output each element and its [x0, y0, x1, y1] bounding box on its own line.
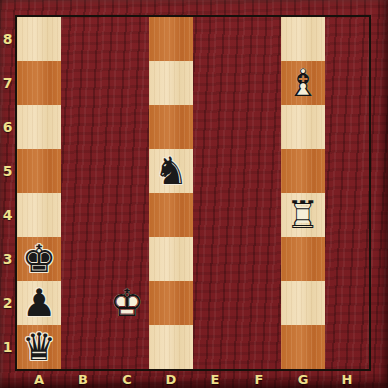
file-label-e: E — [193, 371, 237, 388]
file-label-h: H — [325, 371, 369, 388]
square-h6[interactable] — [325, 105, 369, 149]
black-queen-glyph: ♛ — [17, 325, 61, 369]
piece-black-pawn[interactable]: ♟ — [17, 281, 61, 325]
square-f2[interactable] — [237, 281, 281, 325]
square-c5[interactable] — [105, 149, 149, 193]
piece-white-king[interactable]: ♚♔ — [105, 281, 149, 325]
rank-label-5: 5 — [0, 149, 15, 193]
rank-label-6: 6 — [0, 105, 15, 149]
piece-black-king[interactable]: ♚ — [17, 237, 61, 281]
square-g5[interactable] — [281, 149, 325, 193]
square-a1[interactable]: ♛ — [17, 325, 61, 369]
square-b3[interactable] — [61, 237, 105, 281]
square-c2[interactable]: ♚♔ — [105, 281, 149, 325]
square-h5[interactable] — [325, 149, 369, 193]
square-f4[interactable] — [237, 193, 281, 237]
black-king-glyph: ♚ — [17, 237, 61, 281]
square-e8[interactable] — [193, 17, 237, 61]
square-f6[interactable] — [237, 105, 281, 149]
white-rook-outline-glyph: ♖ — [281, 193, 325, 237]
square-d2[interactable] — [149, 281, 193, 325]
square-g6[interactable] — [281, 105, 325, 149]
square-a2[interactable]: ♟ — [17, 281, 61, 325]
file-label-f: F — [237, 371, 281, 388]
square-a7[interactable] — [17, 61, 61, 105]
white-king-outline-glyph: ♔ — [105, 281, 149, 325]
piece-black-queen[interactable]: ♛ — [17, 325, 61, 369]
square-c6[interactable] — [105, 105, 149, 149]
board-grid: ♝♗♞♜♖♚♟♚♔♛ — [15, 15, 371, 371]
square-h2[interactable] — [325, 281, 369, 325]
rank-label-1: 1 — [0, 325, 15, 369]
square-a3[interactable]: ♚ — [17, 237, 61, 281]
piece-black-knight[interactable]: ♞ — [149, 149, 193, 193]
square-h3[interactable] — [325, 237, 369, 281]
file-label-b: B — [61, 371, 105, 388]
square-c4[interactable] — [105, 193, 149, 237]
square-f3[interactable] — [237, 237, 281, 281]
square-e4[interactable] — [193, 193, 237, 237]
square-h4[interactable] — [325, 193, 369, 237]
rank-label-3: 3 — [0, 237, 15, 281]
chessboard-frame: 87654321 ABCDEFGH ♝♗♞♜♖♚♟♚♔♛ — [0, 0, 388, 388]
white-bishop-outline-glyph: ♗ — [281, 61, 325, 105]
rank-label-2: 2 — [0, 281, 15, 325]
file-label-c: C — [105, 371, 149, 388]
square-h7[interactable] — [325, 61, 369, 105]
square-b7[interactable] — [61, 61, 105, 105]
black-pawn-glyph: ♟ — [17, 281, 61, 325]
square-e6[interactable] — [193, 105, 237, 149]
square-g8[interactable] — [281, 17, 325, 61]
square-d3[interactable] — [149, 237, 193, 281]
rank-label-7: 7 — [0, 61, 15, 105]
file-label-d: D — [149, 371, 193, 388]
square-g7[interactable]: ♝♗ — [281, 61, 325, 105]
square-e2[interactable] — [193, 281, 237, 325]
square-h1[interactable] — [325, 325, 369, 369]
piece-white-rook[interactable]: ♜♖ — [281, 193, 325, 237]
square-b1[interactable] — [61, 325, 105, 369]
square-f8[interactable] — [237, 17, 281, 61]
square-b4[interactable] — [61, 193, 105, 237]
square-c8[interactable] — [105, 17, 149, 61]
square-e5[interactable] — [193, 149, 237, 193]
square-c1[interactable] — [105, 325, 149, 369]
square-f1[interactable] — [237, 325, 281, 369]
rank-label-8: 8 — [0, 17, 15, 61]
black-knight-glyph: ♞ — [149, 149, 193, 193]
square-h8[interactable] — [325, 17, 369, 61]
square-c3[interactable] — [105, 237, 149, 281]
square-d6[interactable] — [149, 105, 193, 149]
square-a5[interactable] — [17, 149, 61, 193]
piece-white-bishop[interactable]: ♝♗ — [281, 61, 325, 105]
square-b8[interactable] — [61, 17, 105, 61]
square-g1[interactable] — [281, 325, 325, 369]
square-g2[interactable] — [281, 281, 325, 325]
square-d1[interactable] — [149, 325, 193, 369]
square-f5[interactable] — [237, 149, 281, 193]
square-b5[interactable] — [61, 149, 105, 193]
rank-label-4: 4 — [0, 193, 15, 237]
square-e3[interactable] — [193, 237, 237, 281]
square-a8[interactable] — [17, 17, 61, 61]
square-g3[interactable] — [281, 237, 325, 281]
file-label-g: G — [281, 371, 325, 388]
square-g4[interactable]: ♜♖ — [281, 193, 325, 237]
square-d4[interactable] — [149, 193, 193, 237]
square-a6[interactable] — [17, 105, 61, 149]
square-a4[interactable] — [17, 193, 61, 237]
square-d5[interactable]: ♞ — [149, 149, 193, 193]
square-d7[interactable] — [149, 61, 193, 105]
square-b6[interactable] — [61, 105, 105, 149]
square-e7[interactable] — [193, 61, 237, 105]
square-f7[interactable] — [237, 61, 281, 105]
square-e1[interactable] — [193, 325, 237, 369]
file-label-a: A — [17, 371, 61, 388]
square-d8[interactable] — [149, 17, 193, 61]
square-b2[interactable] — [61, 281, 105, 325]
square-c7[interactable] — [105, 61, 149, 105]
